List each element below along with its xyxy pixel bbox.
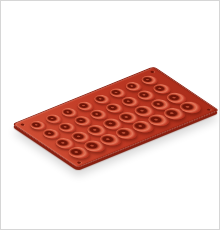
flange-hanging-hole	[76, 161, 81, 164]
mold-cavity-grid	[24, 72, 206, 160]
flange-hanging-hole	[206, 108, 211, 111]
flange-hanging-hole	[20, 123, 25, 126]
silicone-mold-tray	[12, 66, 219, 168]
product-photo	[0, 0, 220, 230]
